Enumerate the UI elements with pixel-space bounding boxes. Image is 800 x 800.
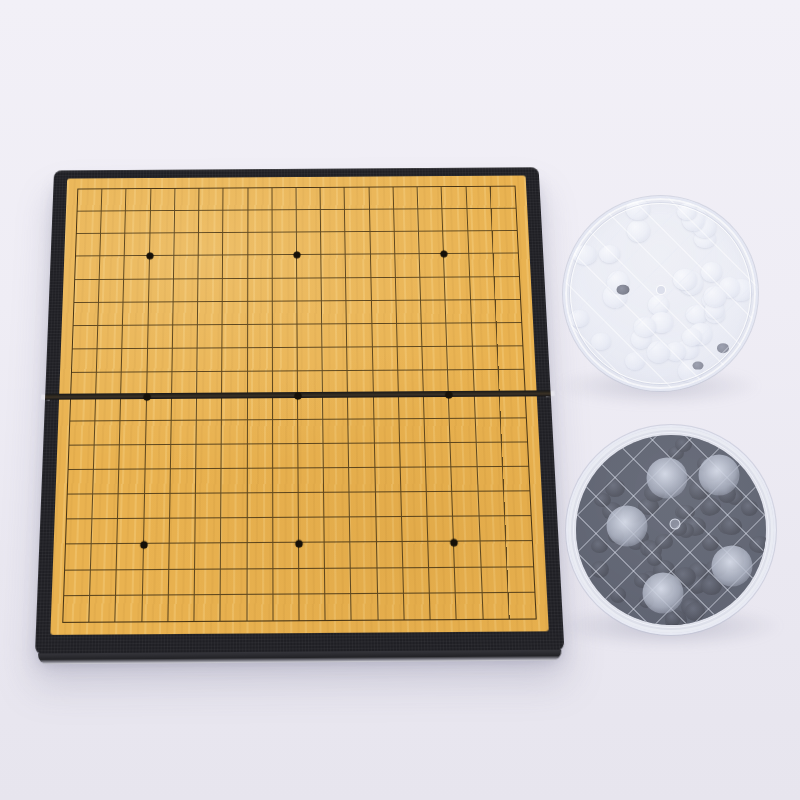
- go-board-grid: [62, 186, 537, 623]
- board-cell: [171, 420, 197, 444]
- board-cell: [299, 493, 325, 518]
- board-cell: [372, 301, 397, 324]
- board-cell: [93, 494, 119, 519]
- board-cell: [475, 418, 501, 442]
- board-cell: [94, 445, 120, 470]
- board-cell: [297, 255, 322, 278]
- board-cell: [425, 419, 451, 443]
- board-cell: [169, 544, 195, 570]
- board-cell: [503, 467, 530, 492]
- board-cell: [150, 211, 175, 234]
- board-cell: [446, 300, 472, 323]
- board-cell: [298, 348, 323, 372]
- board-cell: [91, 545, 118, 571]
- board-cell: [272, 210, 296, 233]
- board-cell: [273, 569, 299, 595]
- photo-backdrop: [0, 0, 800, 800]
- board-cell: [373, 347, 399, 371]
- board-cell: [476, 442, 502, 467]
- lid-bump: [711, 545, 752, 586]
- board-cell: [370, 232, 395, 255]
- board-cell: [399, 395, 425, 419]
- board-cell: [199, 189, 223, 211]
- board-cell: [469, 254, 495, 277]
- board-cell: [76, 234, 101, 257]
- board-cell: [376, 492, 402, 517]
- black-stones-container: [566, 425, 776, 635]
- board-cell: [427, 492, 454, 517]
- board-cell: [73, 326, 99, 350]
- board-cell: [424, 394, 450, 418]
- board-cell: [472, 347, 498, 371]
- board-cell: [468, 231, 493, 254]
- star-point: [451, 538, 458, 545]
- board-cell: [168, 595, 195, 621]
- lid-bump: [699, 455, 740, 496]
- board-cell: [404, 593, 431, 619]
- board-cell: [352, 594, 379, 620]
- board-cell: [143, 570, 170, 596]
- board-cell: [420, 277, 445, 300]
- board-cell: [480, 542, 507, 568]
- board-cell: [197, 349, 222, 373]
- board-cell: [273, 543, 299, 569]
- board-cell: [120, 421, 146, 445]
- board-cell: [325, 594, 352, 620]
- board-cell: [74, 303, 100, 326]
- board-cell: [297, 324, 322, 348]
- board-cell: [419, 232, 444, 255]
- board-cell: [399, 419, 425, 443]
- board-cell: [495, 300, 521, 323]
- board-cell: [396, 300, 421, 323]
- board-cell: [273, 301, 298, 324]
- board-cell: [70, 397, 96, 421]
- board-cell: [471, 300, 497, 323]
- board-cell: [173, 302, 198, 325]
- board-cell: [122, 349, 148, 373]
- board-cell: [272, 233, 297, 256]
- board-cell: [401, 467, 427, 492]
- board-cell: [500, 394, 526, 418]
- board-cell: [297, 278, 322, 301]
- board-cell: [126, 189, 151, 211]
- board-cell: [447, 323, 473, 347]
- board-cell: [297, 210, 322, 233]
- board-cell: [299, 594, 325, 620]
- board-cell: [195, 569, 221, 595]
- board-cell: [425, 443, 451, 468]
- board-cell: [221, 518, 247, 543]
- board-cell: [221, 569, 247, 595]
- star-point: [441, 251, 448, 258]
- board-cell: [428, 517, 455, 542]
- board-cell: [350, 468, 376, 493]
- board-cell: [421, 300, 447, 323]
- board-cell: [346, 255, 371, 278]
- board-cell: [400, 443, 426, 468]
- board-cell: [118, 494, 144, 519]
- board-cell: [508, 593, 535, 619]
- board-cell: [148, 325, 173, 349]
- board-cell: [223, 279, 248, 302]
- board-cell: [69, 421, 95, 445]
- board-cell: [221, 544, 247, 570]
- board-cell: [146, 396, 172, 420]
- board-cell: [273, 468, 299, 493]
- board-cell: [474, 394, 500, 418]
- board-cell: [376, 517, 402, 542]
- board-cell: [172, 349, 197, 373]
- board-cell: [95, 421, 121, 445]
- board-cell: [101, 234, 126, 257]
- board-cell: [377, 568, 404, 594]
- board-cell: [395, 255, 420, 278]
- board-cell: [197, 420, 223, 444]
- board-cell: [66, 520, 93, 545]
- board-cell: [124, 256, 149, 279]
- board-cell: [466, 187, 491, 209]
- board-cell: [350, 493, 376, 518]
- board-cell: [196, 494, 222, 519]
- board-cell: [222, 396, 247, 420]
- board-cell: [149, 256, 174, 279]
- board-cell: [298, 419, 324, 443]
- board-cell: [223, 325, 248, 349]
- board-cell: [151, 189, 176, 211]
- board-cell: [298, 444, 324, 469]
- board-cell: [143, 544, 169, 570]
- board-cell: [501, 418, 527, 442]
- board-cell: [124, 279, 149, 302]
- board-cell: [248, 325, 273, 349]
- board-cell: [170, 494, 196, 519]
- board-cell: [321, 232, 346, 255]
- board-cell: [398, 347, 424, 371]
- board-cell: [120, 445, 146, 470]
- board-cell: [248, 188, 272, 210]
- board-cell: [247, 444, 273, 469]
- board-cell: [453, 492, 480, 517]
- board-cell: [347, 301, 372, 324]
- board-cell: [199, 211, 224, 234]
- board-cell: [324, 493, 350, 518]
- board-cell: [347, 324, 372, 348]
- board-cell: [505, 516, 532, 541]
- board-cell: [248, 396, 273, 420]
- board-cell: [299, 518, 325, 543]
- board-cell: [490, 187, 515, 209]
- board-cell: [322, 324, 347, 348]
- board-cell: [422, 324, 448, 348]
- board-cell: [247, 543, 273, 569]
- board-cell: [297, 301, 322, 324]
- board-cell: [375, 443, 401, 468]
- go-board: [35, 167, 564, 654]
- board-cell: [147, 349, 172, 373]
- board-cell: [222, 420, 247, 444]
- board-cell: [247, 420, 272, 444]
- board-cell: [222, 493, 248, 518]
- board-cell: [144, 494, 170, 519]
- board-surface: [50, 176, 548, 635]
- board-cell: [452, 467, 479, 492]
- board-cell: [101, 211, 126, 234]
- board-cell: [450, 418, 476, 442]
- board-cell: [456, 593, 483, 619]
- board-cell: [272, 255, 297, 278]
- board-cell: [223, 211, 247, 234]
- board-cell: [370, 210, 395, 233]
- board-cell: [375, 468, 401, 493]
- board-cell: [394, 209, 419, 232]
- board-cell: [248, 233, 273, 256]
- board-cell: [322, 278, 347, 301]
- board-cell: [173, 279, 198, 302]
- board-cell: [324, 468, 350, 493]
- board-cell: [175, 189, 200, 211]
- board-cell: [93, 470, 119, 495]
- board-cell: [69, 445, 95, 470]
- board-cell: [504, 492, 531, 517]
- board-cell: [345, 188, 370, 210]
- board-cell: [195, 544, 221, 570]
- board-cell: [67, 495, 94, 520]
- board-cell: [224, 188, 248, 210]
- board-cell: [273, 518, 299, 543]
- board-cell: [123, 302, 148, 325]
- board-cell: [78, 189, 103, 211]
- board-cell: [323, 395, 349, 419]
- board-cell: [348, 395, 374, 419]
- board-cell: [174, 233, 199, 256]
- board-cell: [118, 519, 144, 544]
- board-cell: [99, 279, 124, 302]
- board-cell: [222, 444, 248, 469]
- board-cell: [430, 593, 457, 619]
- board-cell: [395, 232, 420, 255]
- board-cell: [121, 397, 147, 421]
- board-cell: [146, 420, 172, 444]
- board-cell: [150, 234, 175, 257]
- board-cell: [299, 543, 325, 569]
- board-cell: [272, 278, 297, 301]
- board-cell: [325, 543, 351, 569]
- board-cell: [145, 469, 171, 494]
- board-cell: [223, 233, 248, 256]
- board-cell: [482, 593, 509, 619]
- lid-bump: [646, 457, 687, 498]
- board-cell: [195, 519, 221, 544]
- board-cell: [397, 324, 423, 348]
- board-cell: [172, 396, 198, 420]
- board-cell: [273, 325, 298, 349]
- board-cell: [100, 257, 125, 280]
- board-cell: [126, 211, 151, 234]
- board-cell: [479, 517, 506, 542]
- board-cell: [273, 348, 298, 372]
- board-cell: [455, 567, 482, 593]
- board-cell: [72, 349, 98, 373]
- board-cell: [349, 443, 375, 468]
- board-cell: [369, 187, 394, 209]
- board-cell: [491, 209, 516, 232]
- board-cell: [273, 444, 299, 469]
- board-cell: [443, 209, 468, 232]
- board-cell: [451, 443, 477, 468]
- board-cell: [377, 543, 404, 569]
- board-cell: [145, 445, 171, 470]
- board-cell: [197, 396, 222, 420]
- board-cell: [467, 209, 492, 232]
- board-cell: [371, 255, 396, 278]
- board-cell: [102, 189, 127, 211]
- board-cell: [321, 188, 346, 210]
- board-cell: [92, 519, 119, 544]
- board-cell: [418, 187, 443, 209]
- board-cell: [429, 568, 456, 594]
- board-cell: [63, 596, 90, 622]
- board-cell: [348, 347, 373, 371]
- board-cell: [346, 278, 371, 301]
- board-cell: [119, 469, 145, 494]
- board-cell: [148, 302, 173, 325]
- board-cell: [273, 493, 299, 518]
- board-cell: [297, 233, 322, 256]
- board-cell: [98, 302, 123, 325]
- board-cell: [346, 232, 371, 255]
- board-cell: [97, 349, 123, 373]
- board-cell: [374, 419, 400, 443]
- board-side-edge: [38, 650, 562, 665]
- star-point: [294, 252, 301, 259]
- board-cell: [68, 470, 94, 495]
- board-cell: [248, 256, 273, 279]
- board-cell: [248, 278, 273, 301]
- board-cell: [170, 519, 196, 544]
- board-cell: [371, 278, 396, 301]
- board-cell: [492, 231, 518, 254]
- board-cell: [247, 569, 273, 595]
- board-cell: [248, 301, 273, 324]
- board-cell: [325, 518, 351, 543]
- board-cell: [449, 394, 475, 418]
- board-cell: [442, 187, 467, 209]
- board-cell: [247, 493, 273, 518]
- star-point: [446, 391, 453, 398]
- board-cell: [296, 188, 321, 210]
- board-cell: [247, 469, 273, 494]
- board-cell: [77, 212, 102, 235]
- board-cell: [351, 543, 377, 569]
- board-cell: [496, 323, 522, 347]
- board-cell: [199, 256, 224, 279]
- white-stones-container: [563, 196, 758, 391]
- board-cell: [174, 256, 199, 279]
- board-cell: [173, 325, 198, 349]
- board-cell: [403, 542, 430, 568]
- board-cell: [426, 467, 452, 492]
- board-cell: [175, 211, 200, 234]
- board-cell: [325, 568, 351, 594]
- board-cell: [324, 444, 350, 469]
- board-cell: [74, 280, 99, 303]
- board-cell: [171, 445, 197, 470]
- board-cell: [477, 467, 504, 492]
- board-cell: [445, 277, 471, 300]
- board-cell: [497, 346, 523, 370]
- board-cell: [378, 594, 405, 620]
- board-cell: [273, 594, 299, 620]
- board-cell: [402, 517, 429, 542]
- board-cell: [123, 326, 148, 350]
- board-cell: [393, 187, 418, 209]
- board-cell: [374, 395, 400, 419]
- board-cell: [444, 254, 469, 277]
- board-cell: [273, 420, 298, 444]
- board-cell: [443, 232, 468, 255]
- board-cell: [96, 397, 122, 421]
- board-cell: [454, 542, 481, 568]
- board-cell: [502, 442, 529, 467]
- board-cell: [481, 567, 508, 593]
- board-cell: [144, 519, 170, 544]
- star-point: [294, 392, 301, 399]
- board-cell: [321, 210, 346, 233]
- board-cell: [350, 518, 376, 543]
- board-cell: [223, 302, 248, 325]
- board-cell: [199, 233, 224, 256]
- star-point: [295, 540, 302, 547]
- board-cell: [298, 468, 324, 493]
- board-cell: [198, 279, 223, 302]
- board-cell: [248, 210, 272, 233]
- board-cell: [149, 279, 174, 302]
- board-cell: [494, 277, 520, 300]
- board-cell: [196, 444, 222, 469]
- board-cell: [349, 419, 375, 443]
- board-cell: [195, 595, 221, 621]
- board-cell: [98, 326, 124, 350]
- board-cell: [222, 469, 248, 494]
- board-cell: [447, 347, 473, 371]
- board-cell: [116, 595, 143, 621]
- board-cell: [196, 469, 222, 494]
- board-cell: [223, 256, 248, 279]
- board-cell: [420, 254, 445, 277]
- board-cell: [90, 596, 117, 622]
- board-cell: [345, 210, 370, 233]
- board-cell: [418, 209, 443, 232]
- board-cell: [169, 569, 195, 595]
- white-container-lid: [563, 196, 758, 391]
- board-cell: [403, 568, 430, 594]
- board-cell: [170, 469, 196, 494]
- board-cell: [247, 518, 273, 543]
- board-cell: [142, 595, 169, 621]
- board-cell: [453, 517, 480, 542]
- board-cell: [64, 570, 91, 596]
- board-cell: [351, 568, 378, 594]
- board-cell: [273, 396, 298, 420]
- board-cell: [507, 567, 534, 593]
- board-cell: [322, 301, 347, 324]
- board-cell: [221, 595, 247, 621]
- board-cell: [472, 323, 498, 347]
- board-cell: [198, 302, 223, 325]
- board-cell: [65, 545, 92, 571]
- board-cell: [298, 395, 323, 419]
